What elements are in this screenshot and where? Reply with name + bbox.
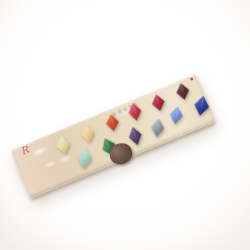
button-crimson xyxy=(126,102,142,122)
button-dark-violet xyxy=(126,125,143,147)
maroon-brown-button-face xyxy=(174,81,190,100)
cream-button-face xyxy=(79,124,95,144)
button-navy-blue xyxy=(192,95,210,117)
button-pale-yellow xyxy=(55,135,71,155)
button-periwinkle-blue xyxy=(168,106,184,126)
periwinkle-blue-button-face xyxy=(168,106,184,126)
button-maroon-brown xyxy=(174,81,190,100)
dark-red-button-face xyxy=(149,93,166,113)
seafoam-aqua-button-face xyxy=(75,146,93,169)
red-orange-button-face xyxy=(104,113,119,132)
buttons-layer xyxy=(11,74,216,199)
navy-blue-button-face xyxy=(192,95,210,117)
button-cream xyxy=(79,124,95,144)
dark-violet-button-face xyxy=(126,125,143,147)
product-photo: R xyxy=(0,0,250,250)
crimson-button-face xyxy=(126,102,142,122)
slate-gray-button-face xyxy=(150,117,165,137)
button-slate-gray xyxy=(150,117,165,137)
pale-yellow-button-face xyxy=(55,135,71,155)
button-dark-red xyxy=(149,93,166,113)
button-sample-card: R xyxy=(11,74,216,199)
button-red-orange xyxy=(104,113,119,132)
button-seafoam-aqua xyxy=(75,146,93,169)
